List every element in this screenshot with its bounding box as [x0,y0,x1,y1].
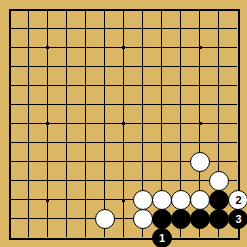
white-stone-move-2: 2 [228,190,247,210]
grid-cell [48,143,67,162]
grid-cell [11,29,30,48]
grid-cell [48,162,67,181]
grid-cell [29,67,48,86]
grid-cell [181,124,200,143]
grid-cell [86,105,105,124]
grid-cell [143,48,162,67]
grid-cell [86,124,105,143]
grid-cell [11,86,30,105]
grid-cell [143,143,162,162]
grid-cell [105,29,124,48]
grid-cell [48,86,67,105]
black-stone-move-1: 1 [152,228,172,247]
grid-cell [124,67,143,86]
grid-cell [105,105,124,124]
grid-cell [29,143,48,162]
grid-cell [105,181,124,200]
grid-cell [48,67,67,86]
grid-cell [219,48,238,67]
grid-cell [200,105,219,124]
grid-cell [143,162,162,181]
grid-cell [11,48,30,67]
grid-cell [143,67,162,86]
grid-cell [48,29,67,48]
move-number-label: 3 [235,214,241,225]
grid-cell [29,11,48,30]
grid-cell [124,48,143,67]
grid-cell [143,29,162,48]
grid-cell [143,124,162,143]
grid-cell [67,143,86,162]
grid-cell [67,200,86,219]
grid-cell [29,200,48,219]
star-point [122,46,125,49]
grid-cell [67,86,86,105]
grid-cell [200,86,219,105]
grid-cell [200,48,219,67]
grid-cell [11,124,30,143]
grid-cell [105,48,124,67]
grid-cell [143,11,162,30]
grid-cell [200,29,219,48]
grid-cell [11,162,30,181]
grid-cell [86,86,105,105]
grid-cell [124,29,143,48]
grid-cell [67,124,86,143]
grid-cell [48,200,67,219]
grid-cell [86,143,105,162]
star-point [122,199,125,202]
grid-cell [105,124,124,143]
move-number-label: 2 [235,195,241,206]
grid-cell [48,11,67,30]
grid-cell [219,143,238,162]
grid-cell [67,11,86,30]
grid-cell [11,67,30,86]
grid-cell [219,86,238,105]
grid-cell [86,67,105,86]
grid-cell [105,67,124,86]
grid-cell [11,200,30,219]
grid-cell [181,48,200,67]
grid-cell [200,124,219,143]
grid-cell [86,11,105,30]
grid-cell [162,143,181,162]
grid-cell [162,162,181,181]
grid-cell [162,29,181,48]
go-board-diagram: 231 [0,0,247,247]
grid-cell [219,67,238,86]
grid-cell [29,86,48,105]
grid-cell [29,181,48,200]
grid-cell [200,67,219,86]
grid-cell [124,124,143,143]
grid-cell [67,219,86,238]
grid-cell [67,105,86,124]
grid-cell [11,11,30,30]
grid-cell [219,29,238,48]
move-number-label: 1 [159,233,165,244]
grid-cell [124,162,143,181]
grid-cell [11,219,30,238]
grid-cell [143,105,162,124]
grid-cell [29,105,48,124]
star-point [46,199,49,202]
grid-cell [162,11,181,30]
grid-cell [86,29,105,48]
grid-cell [181,67,200,86]
grid-cell [105,162,124,181]
grid-cell [48,219,67,238]
grid-cell [48,181,67,200]
grid-cell [105,143,124,162]
grid-cell [124,86,143,105]
grid-cell [48,48,67,67]
grid-cell [29,124,48,143]
grid-cell [11,105,30,124]
grid-cell [219,124,238,143]
grid-cell [67,67,86,86]
grid-cell [67,162,86,181]
grid-cell [48,124,67,143]
grid-cell [162,124,181,143]
grid-cell [67,29,86,48]
grid-cell [219,11,238,30]
grid-cell [48,105,67,124]
grid-cell [162,48,181,67]
grid-cell [67,181,86,200]
grid-cell [29,48,48,67]
grid-cell [11,143,30,162]
grid-cell [105,86,124,105]
grid-cell [162,105,181,124]
grid-cell [200,11,219,30]
star-point [46,46,49,49]
grid-cell [29,219,48,238]
grid-cell [162,67,181,86]
grid-cell [143,86,162,105]
grid-cell [124,143,143,162]
grid-cell [181,105,200,124]
grid-cell [181,29,200,48]
star-point [122,122,125,125]
grid-cell [162,86,181,105]
grid-cell [124,105,143,124]
black-stone-move-3: 3 [228,209,247,229]
grid-cell [181,11,200,30]
grid-cell [124,11,143,30]
grid-cell [11,181,30,200]
grid-cell [105,11,124,30]
star-point [199,46,202,49]
grid-cell [29,162,48,181]
grid-cell [219,105,238,124]
grid-cell [181,86,200,105]
grid-cell [86,48,105,67]
grid-cell [86,181,105,200]
grid-cell [86,162,105,181]
star-point [46,122,49,125]
star-point [199,122,202,125]
grid-cell [67,48,86,67]
